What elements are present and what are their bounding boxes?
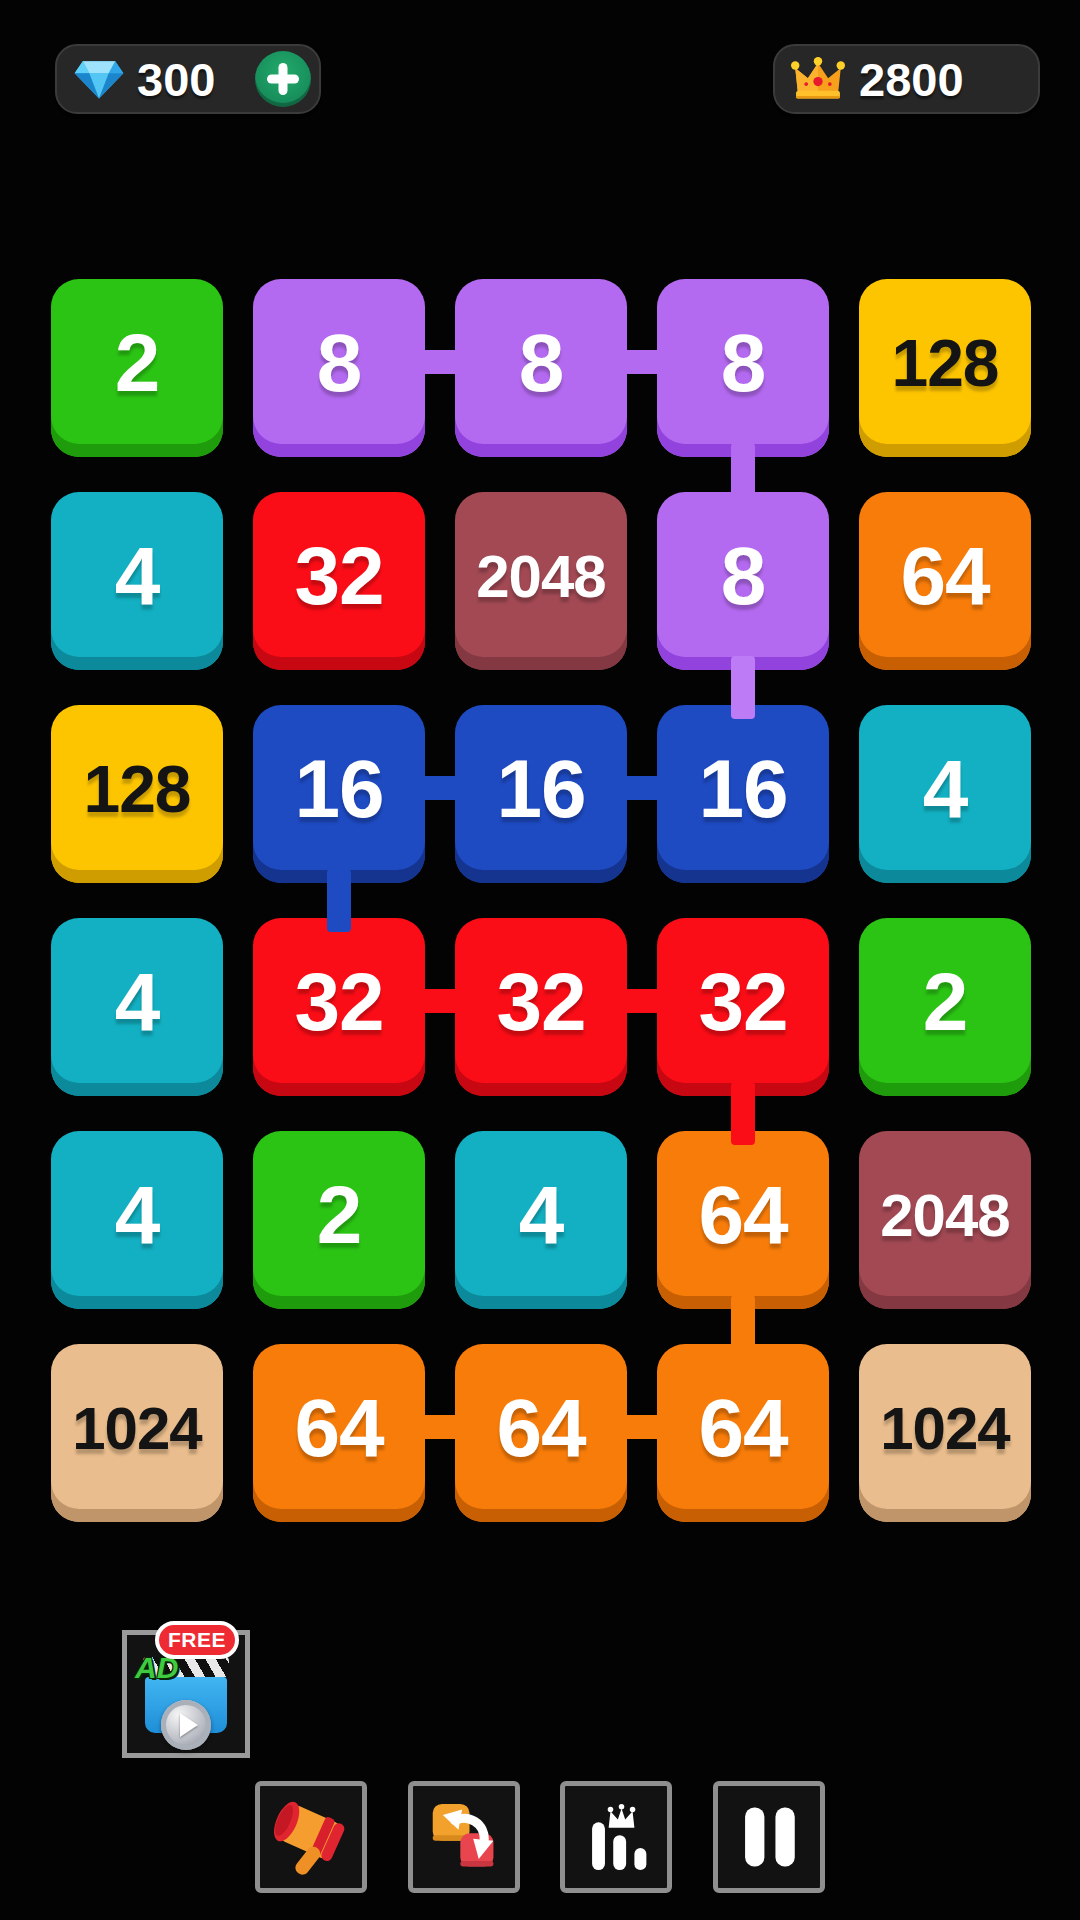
chain-connector — [613, 776, 671, 800]
tile-r6c4-64[interactable]: 64 — [657, 1344, 829, 1522]
swap-tiles-button[interactable] — [408, 1781, 520, 1893]
tile-r2c4-8[interactable]: 8 — [657, 492, 829, 670]
chain-connector — [411, 989, 469, 1013]
tile-r1c3-8[interactable]: 8 — [455, 279, 627, 457]
tile-r6c2-64[interactable]: 64 — [253, 1344, 425, 1522]
gem-icon — [73, 56, 125, 102]
tile-r3c5-4[interactable]: 4 — [859, 705, 1031, 883]
leaderboard-button[interactable] — [560, 1781, 672, 1893]
tile-r1c5-128[interactable]: 128 — [859, 279, 1031, 457]
tile-r1c4-8[interactable]: 8 — [657, 279, 829, 457]
tile-r4c2-32[interactable]: 32 — [253, 918, 425, 1096]
tile-r5c3-4[interactable]: 4 — [455, 1131, 627, 1309]
tile-r3c1-128[interactable]: 128 — [51, 705, 223, 883]
add-gems-button[interactable] — [255, 51, 311, 107]
leaderboard-icon — [570, 1791, 662, 1883]
game-board: 2888128432204886412816161644323232242464… — [51, 279, 1031, 1522]
hammer-tool-button[interactable] — [255, 1781, 367, 1893]
tile-r2c1-4[interactable]: 4 — [51, 492, 223, 670]
clapper-body — [145, 1677, 227, 1733]
tile-r6c3-64[interactable]: 64 — [455, 1344, 627, 1522]
tile-r3c2-16[interactable]: 16 — [253, 705, 425, 883]
chain-connector — [411, 776, 469, 800]
chain-connector — [731, 1082, 755, 1145]
tile-r4c3-32[interactable]: 32 — [455, 918, 627, 1096]
chain-connector — [411, 350, 469, 374]
game-screen: 300 2800 2888128432204886412816161644323… — [0, 0, 1080, 1920]
tile-r3c4-16[interactable]: 16 — [657, 705, 829, 883]
tile-r6c1-1024[interactable]: 1024 — [51, 1344, 223, 1522]
watch-ad-button[interactable]: AD FREE — [122, 1630, 250, 1758]
tile-r1c2-8[interactable]: 8 — [253, 279, 425, 457]
chain-connector — [613, 989, 671, 1013]
chain-connector — [731, 443, 755, 506]
swap-icon — [418, 1791, 510, 1883]
tile-r2c3-2048[interactable]: 2048 — [455, 492, 627, 670]
tile-r5c2-2[interactable]: 2 — [253, 1131, 425, 1309]
tile-r1c1-2[interactable]: 2 — [51, 279, 223, 457]
chain-connector — [731, 656, 755, 719]
chain-connector — [327, 869, 351, 932]
tile-r3c3-16[interactable]: 16 — [455, 705, 627, 883]
tile-r4c5-2[interactable]: 2 — [859, 918, 1031, 1096]
tile-r4c4-32[interactable]: 32 — [657, 918, 829, 1096]
score-counter: 2800 — [773, 44, 1040, 114]
ad-clapperboard-icon: AD — [143, 1657, 229, 1735]
pause-icon — [723, 1791, 815, 1883]
tile-r2c5-64[interactable]: 64 — [859, 492, 1031, 670]
gems-value: 300 — [137, 52, 215, 107]
chain-connector — [411, 1415, 469, 1439]
free-badge: FREE — [155, 1621, 239, 1659]
chain-connector — [731, 1295, 755, 1358]
tile-r5c1-4[interactable]: 4 — [51, 1131, 223, 1309]
hammer-icon — [265, 1791, 357, 1883]
crown-icon — [791, 55, 845, 103]
chain-connector — [613, 1415, 671, 1439]
tile-r2c2-32[interactable]: 32 — [253, 492, 425, 670]
play-icon — [161, 1700, 211, 1750]
score-value: 2800 — [859, 52, 964, 107]
chain-connector — [613, 350, 671, 374]
pause-button[interactable] — [713, 1781, 825, 1893]
tile-r5c4-64[interactable]: 64 — [657, 1131, 829, 1309]
tile-r5c5-2048[interactable]: 2048 — [859, 1131, 1031, 1309]
tile-r6c5-1024[interactable]: 1024 — [859, 1344, 1031, 1522]
gems-counter: 300 — [55, 44, 321, 114]
tile-r4c1-4[interactable]: 4 — [51, 918, 223, 1096]
